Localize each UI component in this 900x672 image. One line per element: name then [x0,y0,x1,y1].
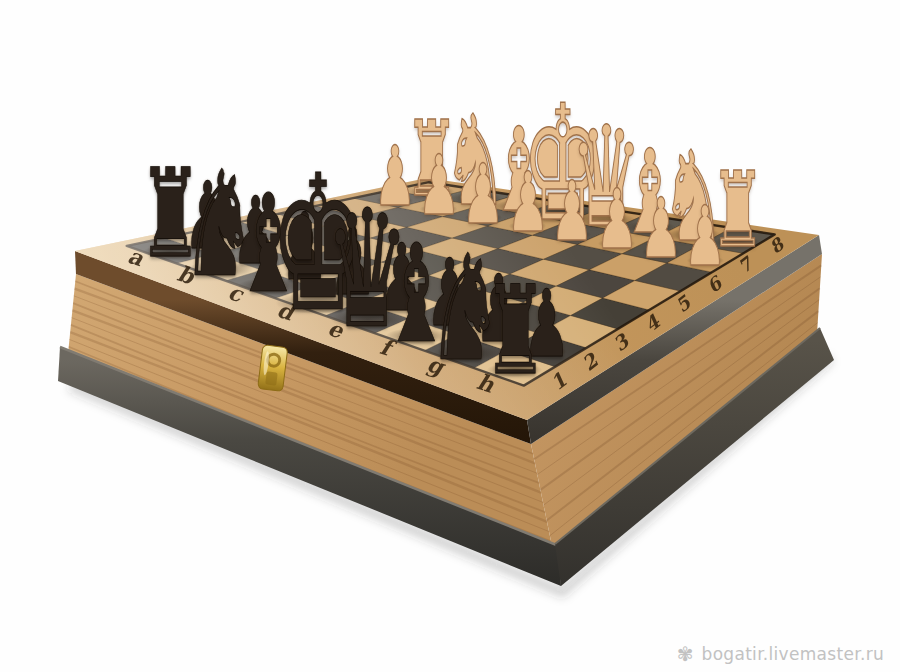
white-pawn-b7[interactable]: ♟ [415,143,463,226]
latch-catch [265,371,278,385]
black-rook-h1[interactable]: ♜ [479,271,550,393]
white-pawn-d7[interactable]: ♟ [504,160,552,243]
white-pawn-g7[interactable]: ♟ [637,186,685,269]
watermark: ✾ bogatir.livemaster.ru [677,644,884,664]
white-pawn-f7[interactable]: ♟ [593,177,641,260]
white-pawn-h7[interactable]: ♟ [681,195,729,278]
white-pawn-e7[interactable]: ♟ [548,169,596,252]
watermark-text: bogatir.livemaster.ru [702,644,884,664]
rosette-icon: ✾ [677,644,694,664]
product-photo-scene: abcdefgh12345678 ♜♞♝♚♛♝♞♜♟♟♟♟♟♟♟♟♟♟♟♟♟♟♟… [0,0,900,672]
